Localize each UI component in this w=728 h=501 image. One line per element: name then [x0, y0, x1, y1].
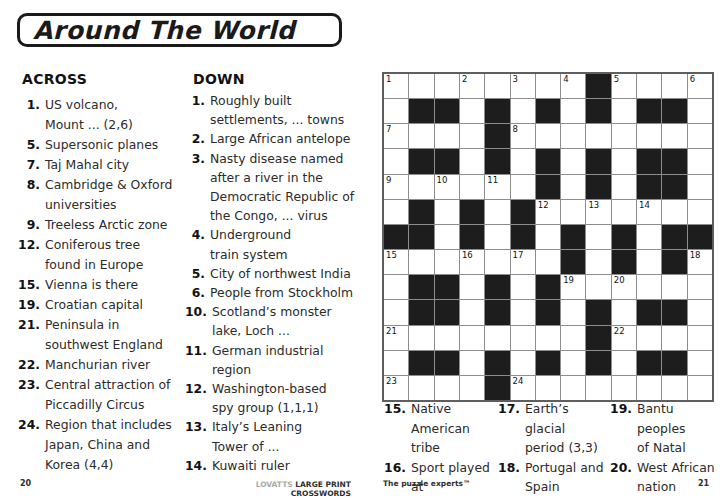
- black-cell: [662, 175, 686, 199]
- black-cell: [637, 175, 661, 199]
- black-cell: [586, 175, 610, 199]
- clue-text: Treeless Arctic zone: [45, 215, 167, 235]
- grid-cell[interactable]: [511, 175, 535, 199]
- clue-across-22: 22.Manchurian river: [14, 355, 182, 375]
- grid-cell[interactable]: [688, 351, 712, 375]
- black-cell: [409, 275, 433, 299]
- clue-text: US volcano, Mount ... (2,6): [45, 95, 133, 135]
- clue-number: 8.: [14, 175, 40, 195]
- grid-cell[interactable]: 10: [435, 175, 459, 199]
- grid-cell[interactable]: 6: [688, 74, 712, 98]
- grid-cell[interactable]: [485, 250, 509, 274]
- clue-text: Vienna is there: [45, 275, 138, 295]
- clue-number: 4.: [185, 225, 205, 244]
- grid-cell[interactable]: [384, 200, 408, 224]
- clue-across-15: 15.Vienna is there: [14, 275, 182, 295]
- black-cell: [485, 275, 509, 299]
- clue-down-6: 6.People from Stockholm: [185, 283, 371, 302]
- clue-down-11: 11.German industrial region: [185, 341, 371, 379]
- grid-cell[interactable]: [460, 124, 484, 148]
- grid-cell[interactable]: 24: [511, 376, 535, 400]
- black-cell: [612, 250, 636, 274]
- grid-cell[interactable]: 20: [612, 275, 636, 299]
- clue-number: 7.: [14, 155, 40, 175]
- clue-number: 16.: [382, 458, 406, 478]
- clue-number: 11.: [185, 341, 207, 360]
- cell-number: 22: [614, 326, 625, 336]
- black-cell: [662, 351, 686, 375]
- clue-number: 2.: [185, 129, 205, 148]
- clue-text: Portugal and Spain: [525, 458, 604, 497]
- cell-number: 20: [614, 275, 625, 285]
- clue-number: 20.: [608, 458, 632, 478]
- grid-cell[interactable]: [435, 124, 459, 148]
- black-cell: [536, 99, 560, 123]
- grid-cell[interactable]: [511, 300, 535, 324]
- grid-cell[interactable]: 13: [586, 200, 610, 224]
- black-cell: [637, 300, 661, 324]
- clue-text: Central attraction of Piccadilly Circus: [45, 375, 170, 415]
- grid-cell[interactable]: [612, 376, 636, 400]
- black-cell: [662, 225, 686, 249]
- grid-cell[interactable]: 7: [384, 124, 408, 148]
- clue-down-13: 13.Italy’s Leaning Tower of ...: [185, 417, 371, 455]
- grid-cell[interactable]: [662, 74, 686, 98]
- cell-number: 11: [487, 175, 498, 185]
- cell-number: 17: [513, 250, 524, 260]
- grid-cell[interactable]: 19: [561, 275, 585, 299]
- black-cell: [561, 250, 585, 274]
- grid-cell[interactable]: 18: [688, 250, 712, 274]
- grid-cell[interactable]: [460, 300, 484, 324]
- grid-cell[interactable]: [511, 149, 535, 173]
- clue-across-19: 19.Croatian capital: [14, 295, 182, 315]
- grid-cell[interactable]: [561, 200, 585, 224]
- grid-cell[interactable]: [688, 275, 712, 299]
- grid-cell[interactable]: [586, 124, 610, 148]
- clue-across-7: 7.Taj Mahal city: [14, 155, 182, 175]
- grid-cell[interactable]: [435, 200, 459, 224]
- grid-cell[interactable]: [511, 326, 535, 350]
- clue-across-1: 1.US volcano, Mount ... (2,6): [14, 95, 182, 135]
- grid-cell[interactable]: [637, 326, 661, 350]
- cell-number: 15: [386, 250, 397, 260]
- grid-cell[interactable]: [637, 376, 661, 400]
- cell-number: 19: [563, 275, 574, 285]
- grid-cell[interactable]: [409, 124, 433, 148]
- black-cell: [536, 175, 560, 199]
- grid-cell[interactable]: 16: [460, 250, 484, 274]
- cell-number: 14: [639, 200, 650, 210]
- grid-cell[interactable]: [460, 326, 484, 350]
- grid-cell[interactable]: [662, 200, 686, 224]
- clue-down-18: 18.Portugal and Spain: [496, 458, 608, 497]
- grid-cell[interactable]: [536, 124, 560, 148]
- black-cell: [586, 351, 610, 375]
- black-cell: [637, 149, 661, 173]
- clue-number: 22.: [14, 355, 40, 375]
- clue-down-4: 4.Underground train system: [185, 225, 371, 263]
- grid-cell[interactable]: [561, 124, 585, 148]
- grid-cell[interactable]: 12: [536, 200, 560, 224]
- black-cell: [586, 300, 610, 324]
- black-cell: [435, 351, 459, 375]
- cell-number: 12: [538, 200, 549, 210]
- black-cell: [662, 250, 686, 274]
- crossword-page: Around The World ACROSS DOWN 1.US volcan…: [0, 0, 728, 501]
- clue-down-5: 5.City of northwest India: [185, 264, 371, 283]
- black-cell: [485, 99, 509, 123]
- clue-down-3: 3.Nasty disease named after a river in t…: [185, 149, 371, 226]
- black-cell: [435, 149, 459, 173]
- grid-cell[interactable]: [688, 124, 712, 148]
- black-cell: [435, 300, 459, 324]
- grid-cell[interactable]: [485, 225, 509, 249]
- black-cell: [485, 351, 509, 375]
- black-cell: [586, 99, 610, 123]
- grid-cell[interactable]: [612, 149, 636, 173]
- grid-cell[interactable]: [511, 99, 535, 123]
- puzzle-experts-tagline: The puzzle experts™: [383, 479, 471, 488]
- black-cell: [460, 200, 484, 224]
- grid-cell[interactable]: 5: [612, 74, 636, 98]
- grid-cell[interactable]: [536, 376, 560, 400]
- clue-text: Bantu peoples of Natal: [637, 399, 720, 458]
- cell-number: 13: [588, 200, 599, 210]
- grid-cell[interactable]: [409, 74, 433, 98]
- grid-cell[interactable]: [435, 376, 459, 400]
- black-cell: [586, 326, 610, 350]
- clue-number: 23.: [14, 375, 40, 395]
- grid-cell[interactable]: [384, 300, 408, 324]
- clue-text: German industrial region: [212, 341, 323, 379]
- grid-cell[interactable]: 1: [384, 74, 408, 98]
- cell-number: 2: [462, 74, 467, 84]
- brand-large-print: LARGE PRINT CROSSWORDS: [291, 480, 351, 498]
- grid-cell[interactable]: 3: [511, 74, 535, 98]
- black-cell: [536, 275, 560, 299]
- grid-cell[interactable]: [688, 99, 712, 123]
- grid-cell[interactable]: 21: [384, 326, 408, 350]
- clue-text: Peninsula in southwest England: [45, 315, 163, 355]
- black-cell: [586, 74, 610, 98]
- grid-cell[interactable]: [384, 99, 408, 123]
- clue-number: 1.: [14, 95, 40, 115]
- clue-down-12: 12.Washington-based spy group (1,1,1): [185, 379, 371, 417]
- grid-cell[interactable]: 11: [485, 175, 509, 199]
- grid-cell[interactable]: [536, 250, 560, 274]
- clue-down-19: 19.Bantu peoples of Natal: [608, 399, 720, 458]
- grid-cell[interactable]: [384, 275, 408, 299]
- grid-cell[interactable]: [460, 275, 484, 299]
- grid-cell[interactable]: [688, 326, 712, 350]
- grid-cell[interactable]: [688, 376, 712, 400]
- across-clue-list: 1.US volcano, Mount ... (2,6)5.Supersoni…: [14, 95, 182, 475]
- cell-number: 10: [437, 175, 448, 185]
- cell-number: 7: [386, 124, 391, 134]
- clue-across-24: 24.Region that includes Japan, China and…: [14, 415, 182, 475]
- cell-number: 6: [690, 74, 695, 84]
- cell-number: 18: [690, 250, 701, 260]
- grid-cell[interactable]: [662, 124, 686, 148]
- black-cell: [409, 99, 433, 123]
- black-cell: [485, 149, 509, 173]
- black-cell: [536, 300, 560, 324]
- black-cell: [384, 225, 408, 249]
- black-cell: [662, 149, 686, 173]
- clue-text: Supersonic planes: [45, 135, 158, 155]
- black-cell: [409, 351, 433, 375]
- clue-text: People from Stockholm: [210, 283, 353, 302]
- grid-cell[interactable]: [460, 99, 484, 123]
- black-cell: [460, 225, 484, 249]
- grid-cell[interactable]: [637, 250, 661, 274]
- clue-text: Cambridge & Oxford universities: [45, 175, 172, 215]
- black-cell: [536, 149, 560, 173]
- clue-text: Large African antelope: [210, 129, 350, 148]
- page-number-left: 20: [20, 479, 31, 488]
- grid-cell[interactable]: [561, 376, 585, 400]
- grid-cell[interactable]: [612, 175, 636, 199]
- clue-number: 10.: [185, 302, 207, 321]
- black-cell: [511, 225, 535, 249]
- cell-number: 16: [462, 250, 473, 260]
- clue-text: Native American tribe: [411, 399, 494, 458]
- grid-cell[interactable]: [460, 351, 484, 375]
- grid-cell[interactable]: [384, 351, 408, 375]
- black-cell: [688, 225, 712, 249]
- clue-number: 12.: [185, 379, 207, 398]
- grid-cell[interactable]: [536, 326, 560, 350]
- clue-text: Region that includes Japan, China and Ko…: [45, 415, 172, 475]
- clue-text: Roughly built settlements, ... towns: [210, 91, 344, 129]
- grid-cell[interactable]: [637, 124, 661, 148]
- clue-number: 15.: [382, 399, 406, 419]
- clue-number: 19.: [14, 295, 40, 315]
- grid-cell[interactable]: [460, 175, 484, 199]
- clue-text: Manchurian river: [45, 355, 150, 375]
- clue-number: 14.: [185, 456, 207, 475]
- grid-cell[interactable]: [688, 200, 712, 224]
- clue-down-10: 10.Scotland’s monster lake, Loch ...: [185, 302, 371, 340]
- clue-text: Coniferous tree found in Europe: [45, 235, 143, 275]
- clue-number: 6.: [185, 283, 205, 302]
- clue-text: Kuwaiti ruler: [212, 456, 290, 475]
- publisher-brand: LOVATTS LARGE PRINT CROSSWORDS: [224, 480, 351, 498]
- black-cell: [612, 225, 636, 249]
- clue-text: West African nation: [637, 458, 715, 497]
- clue-down-15: 15.Native American tribe: [382, 399, 494, 458]
- black-cell: [561, 225, 585, 249]
- clue-across-8: 8.Cambridge & Oxford universities: [14, 175, 182, 215]
- clue-number: 21.: [14, 315, 40, 335]
- clue-number: 13.: [185, 417, 207, 436]
- clue-text: Italy’s Leaning Tower of ...: [212, 417, 302, 455]
- crossword-grid: 123456789101112131415161718192021222324: [382, 72, 714, 402]
- clue-text: Scotland’s monster lake, Loch ...: [212, 302, 332, 340]
- page-number-right: 21: [698, 479, 709, 488]
- cell-number: 1: [386, 74, 391, 84]
- black-cell: [409, 225, 433, 249]
- grid-cell[interactable]: [409, 326, 433, 350]
- clue-across-21: 21.Peninsula in southwest England: [14, 315, 182, 355]
- puzzle-title-box: Around The World: [17, 13, 342, 47]
- grid-cell[interactable]: 4: [561, 74, 585, 98]
- grid-cell[interactable]: [409, 250, 433, 274]
- grid-cell[interactable]: [435, 326, 459, 350]
- grid-cell[interactable]: [409, 175, 433, 199]
- grid-cell[interactable]: [485, 74, 509, 98]
- grid-cell[interactable]: [586, 250, 610, 274]
- grid-cell[interactable]: [561, 99, 585, 123]
- puzzle-title: Around The World: [33, 16, 295, 45]
- grid-cell[interactable]: [662, 376, 686, 400]
- clue-number: 18.: [496, 458, 520, 478]
- brand-lovatts: LOVATTS: [256, 480, 293, 489]
- grid-cell[interactable]: [688, 175, 712, 199]
- down-clue-list: 1.Roughly built settlements, ... towns2.…: [185, 91, 371, 475]
- black-cell: [637, 351, 661, 375]
- grid-cell[interactable]: [612, 200, 636, 224]
- cell-number: 8: [513, 124, 518, 134]
- clue-down-14: 14.Kuwaiti ruler: [185, 456, 371, 475]
- grid-cell[interactable]: [536, 225, 560, 249]
- grid-cell[interactable]: [460, 376, 484, 400]
- grid-cell[interactable]: 17: [511, 250, 535, 274]
- clue-number: 3.: [185, 149, 205, 168]
- black-cell: [485, 124, 509, 148]
- cell-number: 24: [513, 376, 524, 386]
- grid-cell[interactable]: [485, 200, 509, 224]
- grid-cell[interactable]: [612, 300, 636, 324]
- grid-cell[interactable]: [662, 275, 686, 299]
- cell-number: 21: [386, 326, 397, 336]
- grid-cell[interactable]: [688, 149, 712, 173]
- black-cell: [662, 300, 686, 324]
- clue-text: City of northwest India: [210, 264, 351, 283]
- cell-number: 9: [386, 175, 391, 185]
- black-cell: [485, 300, 509, 324]
- grid-cell[interactable]: 15: [384, 250, 408, 274]
- clue-number: 24.: [14, 415, 40, 435]
- clue-number: 15.: [14, 275, 40, 295]
- grid-cell[interactable]: [586, 275, 610, 299]
- black-cell: [409, 300, 433, 324]
- clue-number: 17.: [496, 399, 520, 419]
- grid-cell[interactable]: [637, 225, 661, 249]
- clue-down-17: 17.Earth’s glacial period (3,3): [496, 399, 608, 458]
- grid-cell[interactable]: 14: [637, 200, 661, 224]
- black-cell: [536, 351, 560, 375]
- clue-text: Croatian capital: [45, 295, 143, 315]
- clue-across-23: 23.Central attraction of Piccadilly Circ…: [14, 375, 182, 415]
- grid-cell[interactable]: [637, 74, 661, 98]
- grid-cell[interactable]: [612, 99, 636, 123]
- grid-cell[interactable]: [511, 351, 535, 375]
- grid-cell[interactable]: [612, 351, 636, 375]
- black-cell: [435, 99, 459, 123]
- grid-cell[interactable]: [435, 250, 459, 274]
- grid-cell[interactable]: [662, 326, 686, 350]
- clue-down-2: 2.Large African antelope: [185, 129, 371, 148]
- black-cell: [637, 99, 661, 123]
- grid-cell[interactable]: 9: [384, 175, 408, 199]
- clue-number: 19.: [608, 399, 632, 419]
- black-cell: [485, 376, 509, 400]
- grid-cell[interactable]: [561, 149, 585, 173]
- clue-text: Underground train system: [210, 225, 291, 263]
- black-cell: [435, 275, 459, 299]
- clue-text: Taj Mahal city: [45, 155, 129, 175]
- grid-cell[interactable]: [460, 149, 484, 173]
- black-cell: [409, 149, 433, 173]
- clue-across-9: 9.Treeless Arctic zone: [14, 215, 182, 235]
- grid-cell[interactable]: [536, 74, 560, 98]
- clue-across-12: 12.Coniferous tree found in Europe: [14, 235, 182, 275]
- grid-cell[interactable]: [409, 376, 433, 400]
- grid-cell[interactable]: [561, 326, 585, 350]
- grid-cell[interactable]: 2: [460, 74, 484, 98]
- grid-cell[interactable]: [561, 351, 585, 375]
- grid-cell[interactable]: [511, 275, 535, 299]
- grid-cell[interactable]: [384, 149, 408, 173]
- black-cell: [586, 149, 610, 173]
- across-heading: ACROSS: [22, 71, 87, 87]
- clue-text: Earth’s glacial period (3,3): [525, 399, 608, 458]
- clue-number: 12.: [14, 235, 40, 255]
- clue-number: 5.: [185, 264, 205, 283]
- clue-number: 1.: [185, 91, 205, 110]
- clue-number: 9.: [14, 215, 40, 235]
- clue-text: Nasty disease named after a river in the…: [210, 149, 354, 226]
- cell-number: 3: [513, 74, 518, 84]
- down-continued-col2: 17.Earth’s glacial period (3,3)18.Portug…: [496, 399, 608, 497]
- clue-down-1: 1.Roughly built settlements, ... towns: [185, 91, 371, 129]
- grid-cell[interactable]: [586, 225, 610, 249]
- grid-cell[interactable]: [485, 326, 509, 350]
- grid-cell[interactable]: 23: [384, 376, 408, 400]
- grid-cell[interactable]: [637, 275, 661, 299]
- grid-cell[interactable]: [561, 300, 585, 324]
- grid-cell[interactable]: [435, 74, 459, 98]
- black-cell: [409, 200, 433, 224]
- grid-cell[interactable]: 22: [612, 326, 636, 350]
- clue-down-20: 20.West African nation: [608, 458, 720, 497]
- grid-cell[interactable]: [688, 300, 712, 324]
- down-heading: DOWN: [193, 71, 245, 87]
- grid-cell[interactable]: [435, 225, 459, 249]
- grid-cell[interactable]: 8: [511, 124, 535, 148]
- clue-text: Washington-based spy group (1,1,1): [212, 379, 327, 417]
- cell-number: 4: [563, 74, 568, 84]
- black-cell: [511, 200, 535, 224]
- grid-cell[interactable]: [612, 124, 636, 148]
- clue-across-5: 5.Supersonic planes: [14, 135, 182, 155]
- cell-number: 23: [386, 376, 397, 386]
- clue-number: 5.: [14, 135, 40, 155]
- cell-number: 5: [614, 74, 619, 84]
- grid-cell[interactable]: [586, 376, 610, 400]
- grid-cell[interactable]: [561, 175, 585, 199]
- black-cell: [662, 99, 686, 123]
